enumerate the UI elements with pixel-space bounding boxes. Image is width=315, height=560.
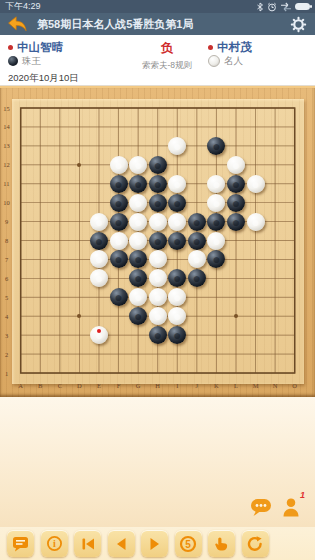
go-to-start-button[interactable] <box>74 530 101 557</box>
chat-bubble-icon <box>249 497 273 517</box>
white-player-panel: 中村茂 名人 <box>208 35 315 85</box>
result-text: 负 <box>126 40 208 57</box>
col-label: A <box>15 382 27 389</box>
stone-white-g12: ● <box>129 156 147 174</box>
row-label: 8 <box>1 237 12 244</box>
col-label: F <box>113 382 125 389</box>
notification-badge: 1 <box>300 490 305 500</box>
stone-white-i11: ● <box>168 175 186 193</box>
row-label: 5 <box>1 294 12 301</box>
comment-bubble-icon <box>12 536 29 552</box>
bluetooth-icon <box>256 2 264 12</box>
row-label: 6 <box>1 275 12 282</box>
stone-black-f7: ● <box>110 250 128 268</box>
clock-time: 下午4:29 <box>5 0 41 13</box>
refresh-button[interactable] <box>242 530 269 557</box>
title-bar: 第58期日本名人战5番胜负第1局 <box>0 13 315 35</box>
row-label: 4 <box>1 313 12 320</box>
stone-black-f11: ● <box>110 175 128 193</box>
stone-white-g8: ● <box>129 232 147 250</box>
stone-white-g10: ● <box>129 194 147 212</box>
white-stone-icon <box>208 55 220 67</box>
lower-content: 1 <box>0 397 315 527</box>
stone-black-h12: ● <box>149 156 167 174</box>
stone-black-h11: ● <box>149 175 167 193</box>
jump-five-button[interactable]: 5 <box>175 530 202 557</box>
stone-black-f9: ● <box>110 213 128 231</box>
stone-white-i9: ● <box>168 213 186 231</box>
comment-button[interactable] <box>7 530 34 557</box>
rule-text: 索索夫-8规则 <box>126 60 208 72</box>
stone-white-k10: ● <box>207 194 225 212</box>
match-header: 中山智晴 珠王 2020年10月10日 负 索索夫-8规则 中村茂 名人 <box>0 35 315 86</box>
col-label: N <box>269 382 281 389</box>
row-label: 11 <box>1 180 12 187</box>
stone-black-l10: ● <box>227 194 245 212</box>
chat-button[interactable] <box>249 495 273 519</box>
col-label: G <box>132 382 144 389</box>
col-label: O <box>289 382 301 389</box>
stone-white-h6: ● <box>149 269 167 287</box>
hand-pointer-icon <box>213 535 230 552</box>
stone-white-e3: ● <box>90 326 108 344</box>
black-player-name: 中山智晴 <box>17 40 63 55</box>
black-stone-icon <box>8 56 18 66</box>
col-label: I <box>171 382 183 389</box>
stone-white-h5: ● <box>149 288 167 306</box>
col-label: J <box>191 382 203 389</box>
col-label: E <box>93 382 105 389</box>
person-icon <box>281 496 301 518</box>
stone-black-l9: ● <box>227 213 245 231</box>
stone-black-l11: ● <box>227 175 245 193</box>
row-label: 14 <box>1 123 12 130</box>
stone-white-e9: ● <box>90 213 108 231</box>
stone-black-f10: ● <box>110 194 128 212</box>
stone-white-f12: ● <box>110 156 128 174</box>
col-label: C <box>54 382 66 389</box>
stone-white-m9: ● <box>247 213 265 231</box>
status-bar: 下午4:29 <box>0 0 315 13</box>
result-panel: 负 索索夫-8规则 <box>126 35 208 85</box>
step-forward-icon <box>147 536 163 552</box>
row-label: 1 <box>1 370 12 377</box>
red-dot-icon <box>208 45 213 50</box>
app-window: 下午4:29 第58期日本名人战5番胜负第1局 <box>0 0 315 560</box>
stone-white-k8: ● <box>207 232 225 250</box>
row-label: 15 <box>1 105 12 112</box>
stone-black-e8: ● <box>90 232 108 250</box>
alarm-clock-icon <box>267 2 277 12</box>
jump-five-number: 5 <box>185 538 191 549</box>
bottom-toolbar: i 5 <box>0 527 315 560</box>
white-player-name: 中村茂 <box>217 40 252 55</box>
stone-white-l12: ● <box>227 156 245 174</box>
row-label: 3 <box>1 332 12 339</box>
stone-black-i10: ● <box>168 194 186 212</box>
stone-white-h4: ● <box>149 307 167 325</box>
stone-black-i8: ● <box>168 232 186 250</box>
step-forward-button[interactable] <box>141 530 168 557</box>
stone-white-g9: ● <box>129 213 147 231</box>
stone-black-h10: ● <box>149 194 167 212</box>
stone-black-h8: ● <box>149 232 167 250</box>
battery-icon <box>295 3 310 10</box>
hand-pointer-button[interactable] <box>208 530 235 557</box>
stone-white-f8: ● <box>110 232 128 250</box>
stone-black-j8: ● <box>188 232 206 250</box>
status-icons <box>256 2 310 12</box>
row-label: 10 <box>1 199 12 206</box>
stone-black-h3: ● <box>149 326 167 344</box>
go-to-start-icon <box>80 536 96 552</box>
info-letter: i <box>53 538 56 549</box>
col-label: H <box>152 382 164 389</box>
col-label: D <box>73 382 85 389</box>
row-label: 12 <box>1 161 12 168</box>
step-back-button[interactable] <box>108 530 135 557</box>
stone-black-f5: ● <box>110 288 128 306</box>
step-back-icon <box>113 536 129 552</box>
stone-white-i13: ● <box>168 137 186 155</box>
info-button[interactable]: i <box>41 530 68 557</box>
gomoku-board[interactable]: ABCDEFGHIJKLMNO151413121110987654321 ●●●… <box>0 86 315 397</box>
row-label: 9 <box>1 218 12 225</box>
stone-white-m11: ● <box>247 175 265 193</box>
white-player-title: 名人 <box>224 55 243 68</box>
floating-buttons: 1 <box>249 495 303 519</box>
refresh-icon <box>246 535 264 553</box>
opponent-button[interactable]: 1 <box>279 495 303 519</box>
info-icon: i <box>46 535 63 552</box>
red-dot-icon <box>8 45 13 50</box>
gear-icon <box>290 16 307 33</box>
stone-black-j9: ● <box>188 213 206 231</box>
page-title: 第58期日本名人战5番胜负第1局 <box>37 17 287 32</box>
back-arrow-icon <box>7 15 29 33</box>
row-label: 13 <box>1 142 12 149</box>
game-date: 2020年10月10日 <box>8 72 126 85</box>
row-label: 7 <box>1 256 12 263</box>
jump-five-icon: 5 <box>179 535 197 553</box>
network-traffic-icon <box>280 2 292 12</box>
black-player-panel: 中山智晴 珠王 2020年10月10日 <box>0 35 126 85</box>
col-label: K <box>210 382 222 389</box>
col-label: L <box>230 382 242 389</box>
black-player-title: 珠王 <box>22 55 41 68</box>
row-label: 2 <box>1 351 12 358</box>
stone-black-k9: ● <box>207 213 225 231</box>
col-label: B <box>34 382 46 389</box>
back-button[interactable] <box>6 15 30 34</box>
stone-white-h9: ● <box>149 213 167 231</box>
stone-black-g11: ● <box>129 175 147 193</box>
col-label: M <box>250 382 262 389</box>
settings-button[interactable] <box>287 13 309 35</box>
